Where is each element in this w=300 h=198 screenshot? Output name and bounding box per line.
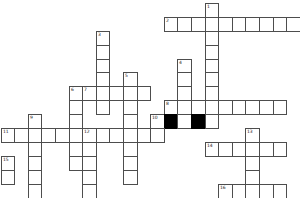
- clue-number-13: 13: [247, 129, 253, 134]
- clue-number-1: 1: [207, 4, 210, 9]
- cell-13-6[interactable]: [177, 86, 192, 101]
- cell-6-10[interactable]: [82, 142, 97, 157]
- cell-5-7[interactable]: [69, 100, 83, 115]
- cell-15-3[interactable]: [205, 45, 219, 60]
- cell-10-6[interactable]: [137, 86, 151, 101]
- cell-9-6[interactable]: [123, 86, 138, 101]
- cell-7-6[interactable]: [96, 86, 110, 101]
- cell-2-8[interactable]: 9: [28, 114, 42, 129]
- cell-18-10[interactable]: [245, 142, 260, 157]
- cell-9-10[interactable]: [123, 142, 138, 157]
- cell-9-12[interactable]: [123, 170, 138, 185]
- cell-15-8[interactable]: [205, 114, 219, 129]
- black-cell-14-8: [191, 114, 206, 129]
- cell-5-10[interactable]: [69, 142, 83, 157]
- cell-17-13[interactable]: [232, 184, 246, 198]
- cell-4-9[interactable]: [55, 128, 70, 143]
- cell-16-1[interactable]: [218, 17, 233, 32]
- cell-18-12[interactable]: [245, 170, 260, 185]
- cell-10-9[interactable]: [137, 128, 151, 143]
- cell-15-5[interactable]: [205, 72, 219, 87]
- cell-13-4[interactable]: 4: [177, 59, 192, 73]
- clue-number-14: 14: [207, 143, 213, 148]
- cell-9-8[interactable]: [123, 114, 138, 129]
- clue-number-4: 4: [179, 60, 182, 65]
- cell-18-1[interactable]: [245, 17, 260, 32]
- cell-3-9[interactable]: [41, 128, 56, 143]
- clue-number-15: 15: [3, 157, 9, 162]
- cell-7-5[interactable]: [96, 72, 110, 87]
- cell-16-7[interactable]: [218, 100, 233, 115]
- crossword-grid: 12345678910111213141516: [0, 0, 300, 198]
- cell-9-7[interactable]: [123, 100, 138, 115]
- cell-7-3[interactable]: [96, 45, 110, 60]
- cell-9-9[interactable]: [123, 128, 138, 143]
- clue-number-3: 3: [98, 32, 101, 37]
- cell-19-10[interactable]: [259, 142, 274, 157]
- cell-5-9[interactable]: [69, 128, 83, 143]
- cell-20-13[interactable]: [273, 184, 287, 198]
- cell-19-7[interactable]: [259, 100, 274, 115]
- cell-15-6[interactable]: [205, 86, 219, 101]
- clue-number-6: 6: [71, 87, 74, 92]
- cell-15-0[interactable]: 1: [205, 3, 219, 18]
- cell-20-7[interactable]: [273, 100, 287, 115]
- cell-2-13[interactable]: [28, 184, 42, 198]
- cell-5-6[interactable]: 6: [69, 86, 83, 101]
- cell-13-5[interactable]: [177, 72, 192, 87]
- cell-19-13[interactable]: [259, 184, 274, 198]
- clue-number-10: 10: [152, 115, 158, 120]
- cell-13-7[interactable]: [177, 100, 192, 115]
- cell-6-9[interactable]: 12: [82, 128, 97, 143]
- cell-7-2[interactable]: 3: [96, 31, 110, 46]
- cell-13-8[interactable]: [177, 114, 192, 129]
- cell-7-7[interactable]: [96, 100, 110, 115]
- cell-15-2[interactable]: [205, 31, 219, 46]
- cell-12-7[interactable]: 8: [164, 100, 178, 115]
- cell-0-11[interactable]: 15: [1, 156, 15, 171]
- cell-12-1[interactable]: 2: [164, 17, 178, 32]
- cell-8-6[interactable]: [109, 86, 124, 101]
- cell-14-7[interactable]: [191, 100, 206, 115]
- cell-0-9[interactable]: 11: [1, 128, 15, 143]
- cell-15-10[interactable]: 14: [205, 142, 219, 157]
- cell-11-9[interactable]: [150, 128, 165, 143]
- cell-15-1[interactable]: [205, 17, 219, 32]
- cell-5-8[interactable]: [69, 114, 83, 129]
- cell-7-9[interactable]: [96, 128, 110, 143]
- cell-6-13[interactable]: [82, 184, 97, 198]
- cell-6-12[interactable]: [82, 170, 97, 185]
- cell-15-7[interactable]: [205, 100, 219, 115]
- clue-number-11: 11: [3, 129, 9, 134]
- cell-18-7[interactable]: [245, 100, 260, 115]
- clue-number-5: 5: [125, 73, 128, 78]
- cell-19-1[interactable]: [259, 17, 274, 32]
- cell-16-13[interactable]: 16: [218, 184, 233, 198]
- cell-17-10[interactable]: [232, 142, 246, 157]
- cell-2-9[interactable]: [28, 128, 42, 143]
- clue-number-9: 9: [30, 115, 33, 120]
- cell-6-11[interactable]: [82, 156, 97, 171]
- clue-number-7: 7: [84, 87, 87, 92]
- clue-number-16: 16: [220, 185, 226, 190]
- cell-18-9[interactable]: 13: [245, 128, 260, 143]
- cell-18-13[interactable]: [245, 184, 260, 198]
- cell-6-6[interactable]: 7: [82, 86, 97, 101]
- cell-2-10[interactable]: [28, 142, 42, 157]
- cell-9-11[interactable]: [123, 156, 138, 171]
- cell-18-11[interactable]: [245, 156, 260, 171]
- cell-2-11[interactable]: [28, 156, 42, 171]
- cell-20-10[interactable]: [273, 142, 287, 157]
- cell-9-5[interactable]: 5: [123, 72, 138, 87]
- cell-2-12[interactable]: [28, 170, 42, 185]
- black-cell-12-8: [164, 114, 178, 129]
- cell-21-1[interactable]: [286, 17, 300, 32]
- cell-0-12[interactable]: [1, 170, 15, 185]
- cell-16-10[interactable]: [218, 142, 233, 157]
- clue-number-12: 12: [84, 129, 90, 134]
- cell-20-1[interactable]: [273, 17, 287, 32]
- cell-11-8[interactable]: 10: [150, 114, 165, 129]
- cell-1-9[interactable]: [14, 128, 29, 143]
- cell-5-11[interactable]: [69, 156, 83, 171]
- clue-number-8: 8: [166, 101, 169, 106]
- cell-17-1[interactable]: [232, 17, 246, 32]
- cell-13-1[interactable]: [177, 17, 192, 32]
- cell-7-4[interactable]: [96, 59, 110, 73]
- cell-14-1[interactable]: [191, 17, 206, 32]
- cell-8-9[interactable]: [109, 128, 124, 143]
- clue-number-2: 2: [166, 18, 169, 23]
- cell-17-7[interactable]: [232, 100, 246, 115]
- cell-15-4[interactable]: [205, 59, 219, 73]
